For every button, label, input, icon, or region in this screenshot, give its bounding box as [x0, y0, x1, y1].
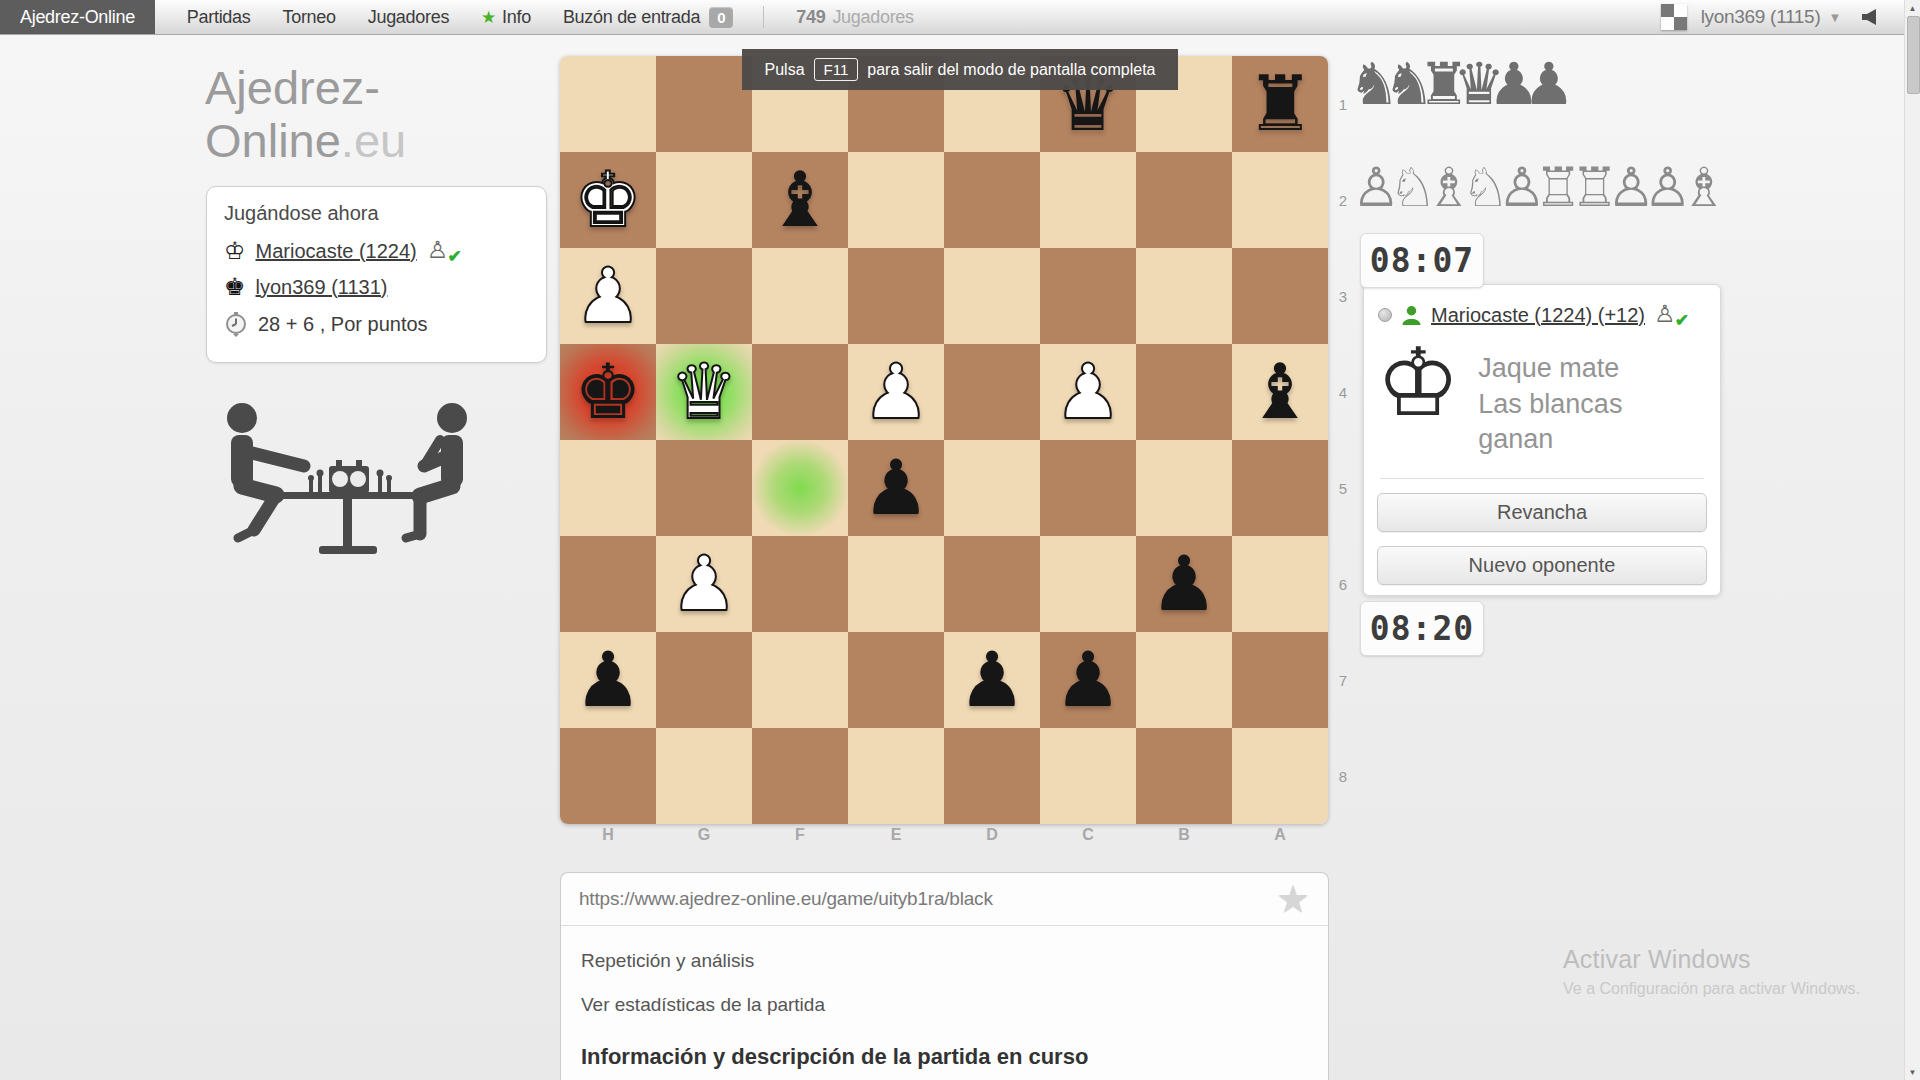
nav-item-inbox[interactable]: Buzón de entrada 0	[563, 0, 733, 34]
square-d4[interactable]	[944, 344, 1040, 440]
square-h1[interactable]	[560, 56, 656, 152]
file-label-C: C	[1040, 826, 1136, 844]
square-a1[interactable]: ♜	[1232, 56, 1328, 152]
clock-icon	[224, 310, 248, 338]
rank-label-7: 7	[1333, 632, 1353, 728]
info-heading: Información y descripción de la partida …	[581, 1044, 1308, 1070]
square-h5[interactable]	[560, 440, 656, 536]
square-b6[interactable]: ♟	[1136, 536, 1232, 632]
rank-label-8: 8	[1333, 728, 1353, 824]
nav-item-partidas[interactable]: Partidas	[187, 0, 251, 34]
square-g3[interactable]	[656, 248, 752, 344]
piece-white-pawn-h3[interactable]: ♟	[574, 248, 642, 344]
square-e8[interactable]	[848, 728, 944, 824]
square-f5[interactable]	[752, 440, 848, 536]
square-d6[interactable]	[944, 536, 1040, 632]
square-b8[interactable]	[1136, 728, 1232, 824]
fullscreen-tooltip: Pulsa F11 para salir del modo de pantall…	[742, 49, 1178, 90]
nav-item-torneo[interactable]: Torneo	[283, 0, 336, 34]
clock-opponent: 08:07	[1360, 233, 1484, 288]
square-g4[interactable]: ♛	[656, 344, 752, 440]
file-label-E: E	[848, 826, 944, 844]
captured-white-pieces: ♙♘♗♘♙♖♖♙♙♗	[1352, 158, 1716, 218]
nav-inbox-label: Buzón de entrada	[563, 7, 700, 28]
square-a8[interactable]	[1232, 728, 1328, 824]
piece-black-pawn-d7[interactable]: ♟	[958, 632, 1026, 728]
file-label-A: A	[1232, 826, 1328, 844]
piece-black-king-h4[interactable]: ♚	[574, 344, 642, 440]
square-g1[interactable]	[656, 56, 752, 152]
rank-label-6: 6	[1333, 536, 1353, 632]
windows-watermark: Activar Windows Ve a Configuración para …	[1563, 945, 1860, 998]
piece-black-pawn-b6[interactable]: ♟	[1150, 536, 1218, 632]
square-g5[interactable]	[656, 440, 752, 536]
square-a3[interactable]	[1232, 248, 1328, 344]
square-d7[interactable]: ♟	[944, 632, 1040, 728]
site-logo: Ajedrez- Online.eu	[205, 62, 406, 167]
square-h6[interactable]	[560, 536, 656, 632]
square-f6[interactable]	[752, 536, 848, 632]
rank-labels: 12345678	[1333, 56, 1353, 824]
square-c2[interactable]	[1040, 152, 1136, 248]
rank-label-2: 2	[1333, 152, 1353, 248]
game-info-panel: https://www.ajedrez-online.eu/game/uityb…	[560, 872, 1329, 1080]
square-f7[interactable]	[752, 632, 848, 728]
logo-tld: .eu	[341, 114, 406, 167]
new-opponent-button[interactable]: Nuevo oponente	[1377, 546, 1707, 585]
piece-white-pawn-c4[interactable]: ♟	[1054, 344, 1122, 440]
square-d3[interactable]	[944, 248, 1040, 344]
speaker-icon[interactable]	[1859, 8, 1877, 26]
file-label-D: D	[944, 826, 1040, 844]
file-label-B: B	[1136, 826, 1232, 844]
nav-item-info-label: Info	[502, 7, 531, 28]
piece-white-king-h2[interactable]: ♚	[574, 152, 642, 248]
f11-keycap: F11	[814, 58, 859, 81]
piece-black-pawn-e5[interactable]: ♟	[862, 440, 930, 536]
now-playing-title: Jugándose ahora	[224, 202, 529, 225]
watermark-title: Activar Windows	[1563, 945, 1860, 974]
square-f4[interactable]	[752, 344, 848, 440]
result-line1: Jaque mate	[1478, 351, 1704, 387]
square-e5[interactable]: ♟	[848, 440, 944, 536]
square-c4[interactable]: ♟	[1040, 344, 1136, 440]
now-playing-box: Jugándose ahora ♔ Mariocaste (1224) ♙✔ ♚…	[206, 186, 547, 363]
square-c7[interactable]: ♟	[1040, 632, 1136, 728]
square-b4[interactable]	[1136, 344, 1232, 440]
panel-player-link[interactable]: Mariocaste (1224) (+12)	[1431, 304, 1645, 327]
chevron-down-icon[interactable]: ▼	[1828, 10, 1841, 25]
square-d8[interactable]	[944, 728, 1040, 824]
square-e2[interactable]	[848, 152, 944, 248]
player-status-icon: ♙✔	[1654, 302, 1680, 328]
piece-black-pawn-h7[interactable]: ♟	[574, 632, 642, 728]
chess-players-illustration	[212, 398, 482, 558]
square-b7[interactable]	[1136, 632, 1232, 728]
check-icon: ✔	[1675, 310, 1689, 331]
captured-black-pieces: ♞♞♜♛♟♟	[1348, 54, 1558, 114]
square-e7[interactable]	[848, 632, 944, 728]
file-label-G: G	[656, 826, 752, 844]
scrollbar-thumb[interactable]	[1907, 16, 1920, 94]
piece-white-pawn-g6[interactable]: ♟	[670, 536, 738, 632]
white-player-link[interactable]: Mariocaste (1224)	[256, 240, 417, 263]
square-a2[interactable]	[1232, 152, 1328, 248]
logo-line1: Ajedrez-	[205, 61, 380, 114]
square-h7[interactable]: ♟	[560, 632, 656, 728]
square-c6[interactable]	[1040, 536, 1136, 632]
chess-board[interactable]: ♛♜♚♝♟♚♛♟♟♝♟♟♟♟♟♟	[560, 56, 1328, 824]
game-url-row: https://www.ajedrez-online.eu/game/uityb…	[561, 873, 1328, 926]
square-c5[interactable]	[1040, 440, 1136, 536]
square-h3[interactable]: ♟	[560, 248, 656, 344]
piece-black-bishop-a4[interactable]: ♝	[1246, 344, 1314, 440]
square-e4[interactable]: ♟	[848, 344, 944, 440]
file-label-H: H	[560, 826, 656, 844]
black-king-icon: ♚	[224, 275, 246, 299]
scroll-up-icon[interactable]: ▲	[1905, 0, 1920, 16]
logo-line2: Online	[205, 114, 341, 167]
players-online-count: 749	[796, 7, 825, 28]
square-b2[interactable]	[1136, 152, 1232, 248]
piece-white-queen-g4[interactable]: ♛	[670, 344, 738, 440]
square-c3[interactable]	[1040, 248, 1136, 344]
game-result-panel: Mariocaste (1224) (+12) ♙✔ ♔ Jaque mate …	[1363, 284, 1721, 596]
clock-player: 08:20	[1360, 601, 1484, 656]
piece-black-bishop-f2[interactable]: ♝	[766, 152, 834, 248]
person-icon	[1401, 305, 1422, 326]
players-online[interactable]: 749 Jugadores	[796, 0, 914, 34]
piece-black-pawn-c7[interactable]: ♟	[1054, 632, 1122, 728]
nav-brand[interactable]: Ajedrez-Online	[0, 0, 155, 34]
player-status-icon: ♙✔	[427, 238, 453, 264]
rank-label-5: 5	[1333, 440, 1353, 536]
top-nav: Ajedrez-Online Partidas Torneo Jugadores…	[0, 0, 1905, 35]
panel-player-row: Mariocaste (1224) (+12) ♙✔	[1364, 285, 1720, 332]
square-h8[interactable]	[560, 728, 656, 824]
time-control-row: 28 + 6 , Por puntos	[224, 310, 529, 338]
square-g2[interactable]	[656, 152, 752, 248]
square-d5[interactable]	[944, 440, 1040, 536]
result-line2: Las blancas ganan	[1478, 387, 1704, 458]
username[interactable]: lyon369 (1115)	[1701, 6, 1821, 28]
square-a7[interactable]	[1232, 632, 1328, 728]
rematch-button[interactable]: Revancha	[1377, 493, 1707, 532]
square-c8[interactable]	[1040, 728, 1136, 824]
black-player-link[interactable]: lyon369 (1131)	[256, 276, 388, 299]
time-control-label: 28 + 6 , Por puntos	[258, 313, 428, 336]
square-e6[interactable]	[848, 536, 944, 632]
square-g7[interactable]	[656, 632, 752, 728]
game-stats-link[interactable]: Ver estadísticas de la partida	[581, 994, 1308, 1016]
result-row: ♔ Jaque mate Las blancas ganan	[1364, 332, 1720, 458]
white-king-icon: ♔	[224, 239, 246, 263]
white-player-row: ♔ Mariocaste (1224) ♙✔	[224, 238, 529, 264]
captured-white-bishop: ♗	[1680, 158, 1728, 218]
square-a4[interactable]: ♝	[1232, 344, 1328, 440]
check-icon: ✔	[447, 246, 461, 267]
square-f8[interactable]	[752, 728, 848, 824]
scroll-down-icon[interactable]: ▼	[1905, 1064, 1920, 1080]
square-b5[interactable]	[1136, 440, 1232, 536]
file-label-F: F	[752, 826, 848, 844]
square-g6[interactable]: ♟	[656, 536, 752, 632]
piece-white-pawn-e4[interactable]: ♟	[862, 344, 930, 440]
square-a5[interactable]	[1232, 440, 1328, 536]
square-a6[interactable]	[1232, 536, 1328, 632]
watermark-subtitle: Ve a Configuración para activar Windows.	[1563, 980, 1860, 998]
square-d2[interactable]	[944, 152, 1040, 248]
nav-item-info[interactable]: ★ Info	[481, 0, 531, 34]
star-icon: ★	[481, 7, 496, 28]
square-f3[interactable]	[752, 248, 848, 344]
favorite-star-icon[interactable]: ★	[1276, 880, 1310, 918]
square-g8[interactable]	[656, 728, 752, 824]
square-e3[interactable]	[848, 248, 944, 344]
panel-divider	[1380, 478, 1704, 479]
square-h4[interactable]: ♚	[560, 344, 656, 440]
nav-right: lyon369 (1115) ▼	[1661, 0, 1877, 34]
bullet-icon	[1378, 308, 1392, 322]
tooltip-suffix: para salir del modo de pantalla completa	[867, 61, 1155, 79]
nav-item-jugadores[interactable]: Jugadores	[368, 0, 449, 34]
black-player-row: ♚ lyon369 (1131)	[224, 275, 529, 299]
square-f2[interactable]: ♝	[752, 152, 848, 248]
inbox-count-badge: 0	[709, 7, 733, 28]
file-labels: HGFEDCBA	[560, 826, 1328, 844]
replay-analysis-link[interactable]: Repetición y análisis	[581, 950, 1308, 972]
square-b3[interactable]	[1136, 248, 1232, 344]
piece-black-rook-a1[interactable]: ♜	[1246, 56, 1314, 152]
rank-label-4: 4	[1333, 344, 1353, 440]
players-online-label: Jugadores	[832, 7, 913, 28]
nav-divider	[763, 6, 764, 28]
captured-black-pawn: ♟	[1523, 54, 1575, 114]
board-icon[interactable]	[1661, 4, 1687, 30]
vertical-scrollbar[interactable]: ▲ ▼	[1904, 0, 1920, 1080]
white-king-result-icon: ♔	[1376, 338, 1460, 458]
tooltip-prefix: Pulsa	[765, 61, 805, 79]
square-h2[interactable]: ♚	[560, 152, 656, 248]
rank-label-3: 3	[1333, 248, 1353, 344]
game-url[interactable]: https://www.ajedrez-online.eu/game/uityb…	[579, 888, 993, 910]
